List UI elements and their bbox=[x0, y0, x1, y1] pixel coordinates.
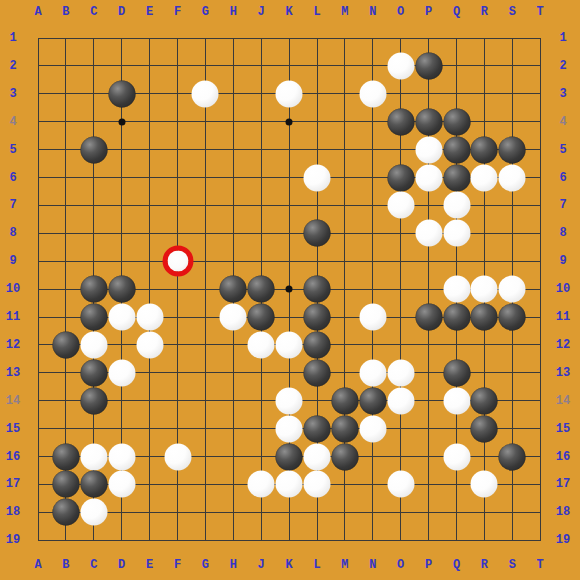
row-label-right: 6 bbox=[550, 171, 576, 185]
stone-black[interactable] bbox=[276, 443, 303, 470]
row-label-right: 10 bbox=[550, 282, 576, 296]
col-label-bottom: D bbox=[109, 558, 135, 572]
col-label-bottom: M bbox=[332, 558, 358, 572]
col-label-bottom: G bbox=[192, 558, 218, 572]
stone-white[interactable] bbox=[304, 443, 331, 470]
stone-white[interactable] bbox=[276, 415, 303, 442]
grid-line-vertical bbox=[540, 38, 541, 541]
stone-black[interactable] bbox=[387, 164, 414, 191]
stone-white[interactable] bbox=[443, 443, 470, 470]
row-label-left: 18 bbox=[0, 505, 26, 519]
grid-line-vertical bbox=[372, 38, 373, 541]
stone-white[interactable] bbox=[499, 276, 526, 303]
stone-white[interactable] bbox=[471, 164, 498, 191]
stone-black[interactable] bbox=[80, 304, 107, 331]
row-label-right: 18 bbox=[550, 505, 576, 519]
col-label-top: R bbox=[471, 5, 497, 19]
stone-black[interactable] bbox=[471, 415, 498, 442]
row-label-right: 14 bbox=[550, 394, 576, 408]
row-label-left: 2 bbox=[0, 59, 26, 73]
stone-black[interactable] bbox=[443, 108, 470, 135]
col-label-top: Q bbox=[444, 5, 470, 19]
stone-white[interactable] bbox=[220, 304, 247, 331]
stone-white[interactable] bbox=[276, 387, 303, 414]
row-label-left: 12 bbox=[0, 338, 26, 352]
stone-black[interactable] bbox=[359, 387, 386, 414]
col-label-bottom: C bbox=[81, 558, 107, 572]
grid-line-horizontal bbox=[38, 540, 541, 541]
row-label-right: 8 bbox=[550, 226, 576, 240]
stone-white[interactable] bbox=[192, 80, 219, 107]
col-label-bottom: T bbox=[527, 558, 553, 572]
col-label-top: L bbox=[304, 5, 330, 19]
col-label-bottom: H bbox=[220, 558, 246, 572]
stone-black[interactable] bbox=[387, 108, 414, 135]
row-label-right: 7 bbox=[550, 198, 576, 212]
stone-black[interactable] bbox=[304, 276, 331, 303]
grid-line-vertical bbox=[205, 38, 206, 541]
stone-black[interactable] bbox=[304, 220, 331, 247]
stone-black[interactable] bbox=[52, 443, 79, 470]
star-point bbox=[286, 118, 293, 125]
row-label-left: 9 bbox=[0, 254, 26, 268]
stone-white[interactable] bbox=[471, 471, 498, 498]
col-label-top: C bbox=[81, 5, 107, 19]
row-label-right: 2 bbox=[550, 59, 576, 73]
col-label-bottom: L bbox=[304, 558, 330, 572]
star-point bbox=[286, 286, 293, 293]
col-label-top: P bbox=[416, 5, 442, 19]
stone-white[interactable] bbox=[248, 331, 275, 358]
stone-black[interactable] bbox=[443, 359, 470, 386]
col-label-top: S bbox=[499, 5, 525, 19]
stone-black[interactable] bbox=[415, 304, 442, 331]
stone-white[interactable] bbox=[108, 471, 135, 498]
col-label-top: N bbox=[360, 5, 386, 19]
stone-black[interactable] bbox=[499, 304, 526, 331]
row-label-left: 1 bbox=[0, 31, 26, 45]
stone-white[interactable] bbox=[276, 331, 303, 358]
row-label-left: 14 bbox=[0, 394, 26, 408]
stone-white[interactable] bbox=[108, 443, 135, 470]
col-label-bottom: K bbox=[276, 558, 302, 572]
stone-black[interactable] bbox=[331, 415, 358, 442]
stone-white[interactable] bbox=[136, 304, 163, 331]
stone-white[interactable] bbox=[276, 471, 303, 498]
stone-white[interactable] bbox=[443, 276, 470, 303]
stone-black[interactable] bbox=[108, 276, 135, 303]
row-label-left: 11 bbox=[0, 310, 26, 324]
row-label-right: 17 bbox=[550, 477, 576, 491]
row-label-right: 11 bbox=[550, 310, 576, 324]
row-label-left: 7 bbox=[0, 198, 26, 212]
grid-line-horizontal bbox=[38, 65, 541, 66]
col-label-top: B bbox=[53, 5, 79, 19]
stone-black[interactable] bbox=[80, 276, 107, 303]
stone-white[interactable] bbox=[415, 164, 442, 191]
col-label-bottom: Q bbox=[444, 558, 470, 572]
row-label-left: 19 bbox=[0, 533, 26, 547]
stone-white[interactable] bbox=[359, 304, 386, 331]
col-label-top: H bbox=[220, 5, 246, 19]
stone-white[interactable] bbox=[359, 415, 386, 442]
stone-black[interactable] bbox=[52, 331, 79, 358]
stone-black[interactable] bbox=[443, 136, 470, 163]
stone-white[interactable] bbox=[80, 499, 107, 526]
row-label-right: 9 bbox=[550, 254, 576, 268]
col-label-top: F bbox=[165, 5, 191, 19]
stone-white[interactable] bbox=[304, 471, 331, 498]
stone-white[interactable] bbox=[304, 164, 331, 191]
grid-line-horizontal bbox=[38, 512, 541, 513]
stone-black[interactable] bbox=[108, 80, 135, 107]
stone-black[interactable] bbox=[304, 331, 331, 358]
stone-black[interactable] bbox=[471, 136, 498, 163]
col-label-bottom: F bbox=[165, 558, 191, 572]
stone-white[interactable] bbox=[471, 276, 498, 303]
row-label-right: 1 bbox=[550, 31, 576, 45]
stone-white[interactable] bbox=[415, 136, 442, 163]
stone-white[interactable] bbox=[387, 192, 414, 219]
stone-white[interactable] bbox=[443, 192, 470, 219]
stone-white[interactable] bbox=[443, 220, 470, 247]
stone-white[interactable] bbox=[248, 471, 275, 498]
col-label-bottom: A bbox=[25, 558, 51, 572]
row-label-right: 15 bbox=[550, 422, 576, 436]
stone-black[interactable] bbox=[80, 387, 107, 414]
stone-white[interactable] bbox=[415, 220, 442, 247]
col-label-bottom: B bbox=[53, 558, 79, 572]
stone-black[interactable] bbox=[248, 276, 275, 303]
stone-white[interactable] bbox=[80, 443, 107, 470]
stone-black[interactable] bbox=[304, 415, 331, 442]
stone-black[interactable] bbox=[331, 443, 358, 470]
go-board[interactable]: AABBCCDDEEFFGGHHJJKKLLMMNNOOPPQQRRSSTT11… bbox=[0, 0, 580, 580]
stone-white[interactable] bbox=[164, 443, 191, 470]
stone-black[interactable] bbox=[471, 387, 498, 414]
row-label-left: 6 bbox=[0, 171, 26, 185]
grid-line-vertical bbox=[149, 38, 150, 541]
row-label-right: 5 bbox=[550, 143, 576, 157]
stone-white[interactable] bbox=[359, 80, 386, 107]
stone-white[interactable] bbox=[108, 359, 135, 386]
col-label-bottom: J bbox=[248, 558, 274, 572]
col-label-top: E bbox=[137, 5, 163, 19]
stone-black[interactable] bbox=[220, 276, 247, 303]
col-label-bottom: N bbox=[360, 558, 386, 572]
row-label-left: 5 bbox=[0, 143, 26, 157]
stone-white-last-move[interactable] bbox=[162, 246, 193, 277]
col-label-top: A bbox=[25, 5, 51, 19]
stone-white[interactable] bbox=[387, 52, 414, 79]
col-label-top: D bbox=[109, 5, 135, 19]
col-label-bottom: O bbox=[388, 558, 414, 572]
row-label-right: 16 bbox=[550, 450, 576, 464]
row-label-left: 3 bbox=[0, 87, 26, 101]
stone-black[interactable] bbox=[415, 108, 442, 135]
stone-black[interactable] bbox=[80, 136, 107, 163]
stone-black[interactable] bbox=[499, 443, 526, 470]
grid-line-horizontal bbox=[38, 38, 541, 39]
stone-white[interactable] bbox=[108, 304, 135, 331]
row-label-left: 13 bbox=[0, 366, 26, 380]
row-label-right: 13 bbox=[550, 366, 576, 380]
row-label-left: 10 bbox=[0, 282, 26, 296]
stone-white[interactable] bbox=[387, 387, 414, 414]
stone-black[interactable] bbox=[471, 304, 498, 331]
row-label-right: 19 bbox=[550, 533, 576, 547]
col-label-bottom: S bbox=[499, 558, 525, 572]
stone-black[interactable] bbox=[443, 164, 470, 191]
stone-black[interactable] bbox=[52, 499, 79, 526]
stone-black[interactable] bbox=[331, 387, 358, 414]
stone-white[interactable] bbox=[387, 471, 414, 498]
col-label-bottom: P bbox=[416, 558, 442, 572]
star-point bbox=[118, 118, 125, 125]
stone-white[interactable] bbox=[359, 359, 386, 386]
stone-black[interactable] bbox=[443, 304, 470, 331]
col-label-bottom: E bbox=[137, 558, 163, 572]
stone-white[interactable] bbox=[387, 359, 414, 386]
stone-white[interactable] bbox=[136, 331, 163, 358]
row-label-left: 16 bbox=[0, 450, 26, 464]
col-label-top: K bbox=[276, 5, 302, 19]
stone-black[interactable] bbox=[304, 359, 331, 386]
stone-white[interactable] bbox=[80, 331, 107, 358]
row-label-right: 12 bbox=[550, 338, 576, 352]
col-label-top: O bbox=[388, 5, 414, 19]
stone-black[interactable] bbox=[415, 52, 442, 79]
row-label-left: 17 bbox=[0, 477, 26, 491]
row-label-left: 15 bbox=[0, 422, 26, 436]
grid-line-horizontal bbox=[38, 261, 541, 262]
stone-black[interactable] bbox=[52, 471, 79, 498]
col-label-bottom: R bbox=[471, 558, 497, 572]
grid-line-vertical bbox=[38, 38, 39, 541]
col-label-top: T bbox=[527, 5, 553, 19]
stone-black[interactable] bbox=[304, 304, 331, 331]
stone-black[interactable] bbox=[248, 304, 275, 331]
row-label-left: 8 bbox=[0, 226, 26, 240]
stone-white[interactable] bbox=[443, 387, 470, 414]
row-label-right: 3 bbox=[550, 87, 576, 101]
stone-black[interactable] bbox=[80, 359, 107, 386]
stone-white[interactable] bbox=[276, 80, 303, 107]
col-label-top: M bbox=[332, 5, 358, 19]
col-label-top: J bbox=[248, 5, 274, 19]
stone-black[interactable] bbox=[499, 136, 526, 163]
row-label-right: 4 bbox=[550, 115, 576, 129]
stone-white[interactable] bbox=[499, 164, 526, 191]
col-label-top: G bbox=[192, 5, 218, 19]
row-label-left: 4 bbox=[0, 115, 26, 129]
stone-black[interactable] bbox=[80, 471, 107, 498]
